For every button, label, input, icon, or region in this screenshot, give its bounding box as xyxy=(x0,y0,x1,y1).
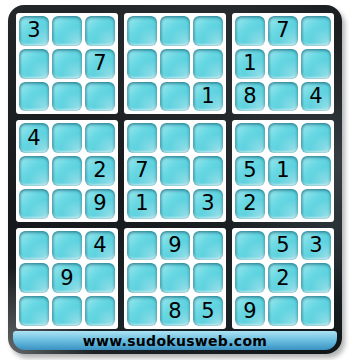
cell-r7c4[interactable] xyxy=(127,231,157,261)
cell-r8c7[interactable] xyxy=(235,263,265,293)
cell-r2c9[interactable] xyxy=(301,49,331,79)
cell-r9c7[interactable]: 9 xyxy=(235,296,265,326)
cell-r3c2[interactable] xyxy=(52,82,82,112)
cell-r6c8[interactable] xyxy=(268,189,298,219)
cell-r1c7[interactable] xyxy=(235,16,265,46)
cell-r7c6[interactable] xyxy=(193,231,223,261)
cell-r1c6[interactable] xyxy=(193,16,223,46)
cell-r8c8[interactable]: 2 xyxy=(268,263,298,293)
cell-r7c8[interactable]: 5 xyxy=(268,231,298,261)
cell-r8c2[interactable]: 9 xyxy=(52,263,82,293)
cell-r6c1[interactable] xyxy=(19,189,49,219)
cell-r5c4[interactable]: 7 xyxy=(127,156,157,186)
cell-r9c6[interactable]: 5 xyxy=(193,296,223,326)
sudoku-board-frame: 3717184429713512499855329 www.sudokusweb… xyxy=(8,5,342,354)
cell-r6c7[interactable]: 2 xyxy=(235,189,265,219)
cell-r9c3[interactable] xyxy=(85,296,115,326)
cell-r7c1[interactable] xyxy=(19,231,49,261)
cell-r5c2[interactable] xyxy=(52,156,82,186)
cell-r5c6[interactable] xyxy=(193,156,223,186)
cell-r5c1[interactable] xyxy=(19,156,49,186)
cell-r9c1[interactable] xyxy=(19,296,49,326)
box-0: 37 xyxy=(16,13,118,114)
box-6: 49 xyxy=(16,228,118,329)
cell-r2c7[interactable]: 1 xyxy=(235,49,265,79)
cell-r4c1[interactable]: 4 xyxy=(19,123,49,153)
cell-r7c5[interactable]: 9 xyxy=(160,231,190,261)
box-1: 1 xyxy=(124,13,226,114)
cell-r4c5[interactable] xyxy=(160,123,190,153)
cell-r4c4[interactable] xyxy=(127,123,157,153)
page: 3717184429713512499855329 www.sudokusweb… xyxy=(0,0,350,360)
cell-r1c5[interactable] xyxy=(160,16,190,46)
cell-r8c6[interactable] xyxy=(193,263,223,293)
cell-r3c9[interactable]: 4 xyxy=(301,82,331,112)
cell-r5c7[interactable]: 5 xyxy=(235,156,265,186)
cell-r2c8[interactable] xyxy=(268,49,298,79)
cell-r2c3[interactable]: 7 xyxy=(85,49,115,79)
sudoku-grid: 3717184429713512499855329 xyxy=(16,13,334,329)
cell-r6c6[interactable]: 3 xyxy=(193,189,223,219)
website-url[interactable]: www.sudokusweb.com xyxy=(83,333,267,349)
cell-r1c3[interactable] xyxy=(85,16,115,46)
cell-r6c4[interactable]: 1 xyxy=(127,189,157,219)
cell-r4c6[interactable] xyxy=(193,123,223,153)
cell-r9c9[interactable] xyxy=(301,296,331,326)
cell-r4c2[interactable] xyxy=(52,123,82,153)
cell-r5c3[interactable]: 2 xyxy=(85,156,115,186)
cell-r6c3[interactable]: 9 xyxy=(85,189,115,219)
cell-r3c8[interactable] xyxy=(268,82,298,112)
cell-r2c1[interactable] xyxy=(19,49,49,79)
cell-r9c2[interactable] xyxy=(52,296,82,326)
cell-r4c9[interactable] xyxy=(301,123,331,153)
cell-r5c5[interactable] xyxy=(160,156,190,186)
cell-r1c1[interactable]: 3 xyxy=(19,16,49,46)
box-7: 985 xyxy=(124,228,226,329)
cell-r8c9[interactable] xyxy=(301,263,331,293)
box-3: 429 xyxy=(16,120,118,221)
cell-r1c9[interactable] xyxy=(301,16,331,46)
cell-r7c3[interactable]: 4 xyxy=(85,231,115,261)
footer-bar: www.sudokusweb.com xyxy=(13,331,337,350)
cell-r3c7[interactable]: 8 xyxy=(235,82,265,112)
cell-r7c7[interactable] xyxy=(235,231,265,261)
cell-r8c3[interactable] xyxy=(85,263,115,293)
cell-r4c8[interactable] xyxy=(268,123,298,153)
cell-r8c1[interactable] xyxy=(19,263,49,293)
cell-r1c2[interactable] xyxy=(52,16,82,46)
cell-r8c5[interactable] xyxy=(160,263,190,293)
box-2: 7184 xyxy=(232,13,334,114)
cell-r1c8[interactable]: 7 xyxy=(268,16,298,46)
box-4: 713 xyxy=(124,120,226,221)
cell-r4c3[interactable] xyxy=(85,123,115,153)
box-5: 512 xyxy=(232,120,334,221)
cell-r6c9[interactable] xyxy=(301,189,331,219)
cell-r9c4[interactable] xyxy=(127,296,157,326)
cell-r3c6[interactable]: 1 xyxy=(193,82,223,112)
cell-r3c1[interactable] xyxy=(19,82,49,112)
cell-r1c4[interactable] xyxy=(127,16,157,46)
cell-r7c2[interactable] xyxy=(52,231,82,261)
cell-r9c5[interactable]: 8 xyxy=(160,296,190,326)
cell-r5c9[interactable] xyxy=(301,156,331,186)
cell-r2c5[interactable] xyxy=(160,49,190,79)
cell-r7c9[interactable]: 3 xyxy=(301,231,331,261)
cell-r4c7[interactable] xyxy=(235,123,265,153)
cell-r6c5[interactable] xyxy=(160,189,190,219)
cell-r5c8[interactable]: 1 xyxy=(268,156,298,186)
cell-r2c2[interactable] xyxy=(52,49,82,79)
cell-r3c3[interactable] xyxy=(85,82,115,112)
cell-r6c2[interactable] xyxy=(52,189,82,219)
cell-r3c4[interactable] xyxy=(127,82,157,112)
cell-r2c4[interactable] xyxy=(127,49,157,79)
cell-r3c5[interactable] xyxy=(160,82,190,112)
cell-r8c4[interactable] xyxy=(127,263,157,293)
cell-r9c8[interactable] xyxy=(268,296,298,326)
box-8: 5329 xyxy=(232,228,334,329)
cell-r2c6[interactable] xyxy=(193,49,223,79)
